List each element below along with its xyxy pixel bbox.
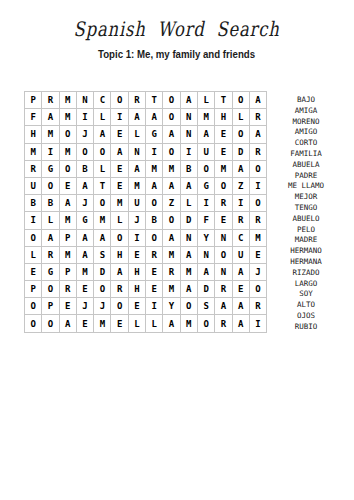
grid-cell-r14c10[interactable]: M [181, 315, 197, 331]
grid-cell-r4c10[interactable]: I [181, 144, 197, 160]
grid-cell-r9c11[interactable]: Y [198, 230, 214, 246]
grid-cell-r9c6[interactable]: O [111, 230, 127, 246]
grid-cell-r8c2[interactable]: L [42, 212, 58, 228]
word-list-item: PELO [272, 225, 340, 236]
word-list-item: PADRE [272, 171, 340, 182]
grid-cell-r6c5[interactable]: T [94, 178, 110, 194]
grid-cell-r11c11[interactable]: A [198, 264, 214, 280]
grid-cell-r8c1[interactable]: I [25, 212, 41, 228]
grid-cell-r14c9[interactable]: A [163, 315, 179, 331]
word-search-grid: PRMNCORTOALTOAFAMILIAAONMHLRHMOJAELGANAE… [24, 91, 267, 333]
grid-cell-r4c2[interactable]: I [42, 144, 58, 160]
grid-cell-r3c7[interactable]: L [129, 126, 145, 142]
grid-cell-r5c9[interactable]: M [163, 161, 179, 177]
word-list-item: BAJO [272, 95, 340, 106]
grid-cell-r11c2[interactable]: G [42, 264, 58, 280]
grid-cell-r3c8[interactable]: G [146, 126, 162, 142]
word-list-item: FAMILIA [272, 149, 340, 160]
grid-cell-r6c13[interactable]: Z [233, 178, 249, 194]
grid-cell-r4c5[interactable]: O [94, 144, 110, 160]
word-list-item: LARGO [272, 279, 340, 290]
grid-cell-r1c7[interactable]: R [129, 92, 145, 108]
grid-cell-r4c1[interactable]: M [25, 144, 41, 160]
grid-cell-r4c4[interactable]: O [77, 144, 93, 160]
grid-cell-r12c2[interactable]: O [42, 281, 58, 297]
word-list-item: RUBIO [272, 322, 340, 333]
grid-cell-r7c1[interactable]: B [25, 195, 41, 211]
grid-cell-r9c10[interactable]: N [181, 230, 197, 246]
word-list-item: OJOS [272, 311, 340, 322]
grid-cell-r6c3[interactable]: E [60, 178, 76, 194]
grid-cell-r11c1[interactable]: E [25, 264, 41, 280]
grid-cell-r5c12[interactable]: M [215, 161, 231, 177]
grid-cell-r8c14[interactable]: R [250, 212, 266, 228]
grid-cell-r1c8[interactable]: T [146, 92, 162, 108]
grid-cell-r1c3[interactable]: M [60, 92, 76, 108]
grid-cell-r10c10[interactable]: A [181, 247, 197, 263]
grid-cell-r1c6[interactable]: O [111, 92, 127, 108]
grid-cell-r6c1[interactable]: U [25, 178, 41, 194]
grid-cell-r7c9[interactable]: Z [163, 195, 179, 211]
grid-cell-r11c10[interactable]: M [181, 264, 197, 280]
grid-cell-r11c3[interactable]: P [60, 264, 76, 280]
grid-cell-r14c7[interactable]: L [129, 315, 145, 331]
grid-cell-r10c12[interactable]: O [215, 247, 231, 263]
word-list-item: CORTO [272, 138, 340, 149]
grid-cell-r5c14[interactable]: O [250, 161, 266, 177]
word-list: BAJOAMIGAMORENOAMIGOCORTOFAMILIAABUELAPA… [272, 95, 340, 333]
grid-cell-r1c10[interactable]: A [181, 92, 197, 108]
word-list-item: MEJOR [272, 192, 340, 203]
word-list-item: MADRE [272, 235, 340, 246]
grid-cell-r4c9[interactable]: O [163, 144, 179, 160]
grid-cell-r2c9[interactable]: O [163, 109, 179, 125]
grid-cell-r2c4[interactable]: I [77, 109, 93, 125]
grid-cell-r8c5[interactable]: M [94, 212, 110, 228]
page-title-text: Spanish Word Search [74, 17, 280, 41]
grid-cell-r9c14[interactable]: M [250, 230, 266, 246]
grid-cell-r3c6[interactable]: E [111, 126, 127, 142]
grid-cell-r3c3[interactable]: O [60, 126, 76, 142]
grid-cell-r6c10[interactable]: A [181, 178, 197, 194]
grid-cell-r4c7[interactable]: N [129, 144, 145, 160]
grid-cell-r13c5[interactable]: J [94, 298, 110, 314]
grid-cell-r6c6[interactable]: E [111, 178, 127, 194]
grid-cell-r2c3[interactable]: M [60, 109, 76, 125]
word-list-item: ME LLAMO [272, 181, 340, 192]
grid-cell-r13c13[interactable]: A [233, 298, 249, 314]
grid-cell-r3c13[interactable]: O [233, 126, 249, 142]
grid-cell-r8c11[interactable]: F [198, 212, 214, 228]
grid-cell-r10c6[interactable]: H [111, 247, 127, 263]
grid-cell-r2c13[interactable]: L [233, 109, 249, 125]
grid-cell-r13c8[interactable]: I [146, 298, 162, 314]
grid-cell-r7c12[interactable]: R [215, 195, 231, 211]
grid-cell-r11c8[interactable]: E [146, 264, 162, 280]
grid-cell-r4c12[interactable]: E [215, 144, 231, 160]
grid-cell-r13c7[interactable]: E [129, 298, 145, 314]
word-list-item: MORENO [272, 117, 340, 128]
page-subtitle-text: Topic 1: Me, my family and friends [98, 48, 255, 60]
grid-cell-r1c11[interactable]: L [198, 92, 214, 108]
grid-cell-r8c13[interactable]: R [233, 212, 249, 228]
grid-cell-r10c2[interactable]: R [42, 247, 58, 263]
grid-cell-r5c3[interactable]: O [60, 161, 76, 177]
grid-cell-r5c7[interactable]: A [129, 161, 145, 177]
grid-cell-r10c13[interactable]: U [233, 247, 249, 263]
grid-cell-r11c6[interactable]: A [111, 264, 127, 280]
grid-cell-r13c6[interactable]: O [111, 298, 127, 314]
grid-cell-r10c11[interactable]: N [198, 247, 214, 263]
grid-cell-r14c5[interactable]: M [94, 315, 110, 331]
grid-cell-r3c9[interactable]: A [163, 126, 179, 142]
grid-cell-r9c5[interactable]: A [94, 230, 110, 246]
grid-cell-r13c9[interactable]: Y [163, 298, 179, 314]
grid-cell-r7c5[interactable]: O [94, 195, 110, 211]
grid-cell-r13c4[interactable]: J [77, 298, 93, 314]
grid-cell-r11c14[interactable]: J [250, 264, 266, 280]
grid-cell-r8c10[interactable]: D [181, 212, 197, 228]
grid-cell-r2c8[interactable]: A [146, 109, 162, 125]
grid-cell-r11c4[interactable]: M [77, 264, 93, 280]
grid-cell-r13c12[interactable]: A [215, 298, 231, 314]
grid-cell-r10c3[interactable]: M [60, 247, 76, 263]
grid-cell-r13c3[interactable]: E [60, 298, 76, 314]
grid-cell-r1c5[interactable]: C [94, 92, 110, 108]
grid-cell-r8c9[interactable]: O [163, 212, 179, 228]
grid-cell-r9c1[interactable]: O [25, 230, 41, 246]
grid-cell-r11c7[interactable]: H [129, 264, 145, 280]
grid-cell-r12c12[interactable]: R [215, 281, 231, 297]
grid-cell-r11c5[interactable]: D [94, 264, 110, 280]
word-list-item: SOY [272, 289, 340, 300]
grid-cell-r2c6[interactable]: I [111, 109, 127, 125]
grid-cell-r8c7[interactable]: J [129, 212, 145, 228]
grid-cell-r3c14[interactable]: A [250, 126, 266, 142]
grid-cell-r14c1[interactable]: O [25, 315, 41, 331]
grid-cell-r5c1[interactable]: R [25, 161, 41, 177]
grid-cell-r12c10[interactable]: A [181, 281, 197, 297]
word-list-item: HERMANO [272, 246, 340, 257]
grid-cell-r14c4[interactable]: E [77, 315, 93, 331]
grid-cell-r4c14[interactable]: R [250, 144, 266, 160]
grid-cell-r1c14[interactable]: A [250, 92, 266, 108]
grid-cell-r3c2[interactable]: M [42, 126, 58, 142]
grid-cell-r11c12[interactable]: N [215, 264, 231, 280]
grid-cell-r14c13[interactable]: A [233, 315, 249, 331]
word-list-item: AMIGO [272, 127, 340, 138]
grid-cell-r9c12[interactable]: N [215, 230, 231, 246]
grid-cell-r11c9[interactable]: R [163, 264, 179, 280]
grid-cell-r8c4[interactable]: G [77, 212, 93, 228]
grid-cell-r1c12[interactable]: T [215, 92, 231, 108]
grid-cell-r9c9[interactable]: A [163, 230, 179, 246]
grid-cell-r7c6[interactable]: M [111, 195, 127, 211]
grid-cell-r8c8[interactable]: B [146, 212, 162, 228]
grid-cell-r5c10[interactable]: B [181, 161, 197, 177]
grid-cell-r6c7[interactable]: M [129, 178, 145, 194]
grid-cell-r10c14[interactable]: E [250, 247, 266, 263]
grid-cell-r5c5[interactable]: L [94, 161, 110, 177]
grid-cell-r14c8[interactable]: L [146, 315, 162, 331]
grid-cell-r2c12[interactable]: H [215, 109, 231, 125]
grid-cell-r12c7[interactable]: H [129, 281, 145, 297]
grid-cell-r10c7[interactable]: E [129, 247, 145, 263]
grid-cell-r8c12[interactable]: E [215, 212, 231, 228]
grid-cell-r10c1[interactable]: L [25, 247, 41, 263]
grid-cell-r12c3[interactable]: R [60, 281, 76, 297]
grid-cell-r9c4[interactable]: A [77, 230, 93, 246]
grid-cell-r12c8[interactable]: E [146, 281, 162, 297]
grid-cell-r3c12[interactable]: E [215, 126, 231, 142]
grid-cell-r4c6[interactable]: A [111, 144, 127, 160]
grid-cell-r10c9[interactable]: M [163, 247, 179, 263]
grid-cell-r14c11[interactable]: O [198, 315, 214, 331]
grid-cell-r4c13[interactable]: D [233, 144, 249, 160]
grid-cell-r2c1[interactable]: F [25, 109, 41, 125]
grid-cell-r9c3[interactable]: P [60, 230, 76, 246]
word-list-item: ALTO [272, 300, 340, 311]
grid-cell-r5c8[interactable]: M [146, 161, 162, 177]
grid-cell-r2c5[interactable]: L [94, 109, 110, 125]
grid-cell-r12c14[interactable]: O [250, 281, 266, 297]
grid-cell-r6c2[interactable]: O [42, 178, 58, 194]
grid-cell-r5c6[interactable]: E [111, 161, 127, 177]
grid-cell-r1c2[interactable]: R [42, 92, 58, 108]
grid-cell-r14c12[interactable]: R [215, 315, 231, 331]
grid-cell-r12c5[interactable]: O [94, 281, 110, 297]
grid-cell-r2c2[interactable]: A [42, 109, 58, 125]
grid-cell-r5c13[interactable]: A [233, 161, 249, 177]
grid-cell-r12c13[interactable]: E [233, 281, 249, 297]
grid-cell-r7c8[interactable]: O [146, 195, 162, 211]
grid-cell-r12c1[interactable]: P [25, 281, 41, 297]
grid-cell-r8c3[interactable]: M [60, 212, 76, 228]
grid-cell-r3c11[interactable]: A [198, 126, 214, 142]
grid-cell-r9c8[interactable]: O [146, 230, 162, 246]
word-list-item: AMIGA [272, 106, 340, 117]
grid-cell-r13c11[interactable]: S [198, 298, 214, 314]
grid-cell-r6c9[interactable]: A [163, 178, 179, 194]
grid-cell-r5c2[interactable]: G [42, 161, 58, 177]
grid-cell-r10c5[interactable]: S [94, 247, 110, 263]
grid-cell-r4c8[interactable]: I [146, 144, 162, 160]
page-subtitle: Topic 1: Me, my family and friends [0, 48, 354, 60]
grid-cell-r2c11[interactable]: M [198, 109, 214, 125]
grid-cell-r3c1[interactable]: H [25, 126, 41, 142]
word-list-item: TENGO [272, 203, 340, 214]
grid-cell-r7c11[interactable]: I [198, 195, 214, 211]
grid-cell-r6c12[interactable]: O [215, 178, 231, 194]
grid-cell-r9c7[interactable]: I [129, 230, 145, 246]
grid-cell-r6c14[interactable]: I [250, 178, 266, 194]
grid-cell-r7c7[interactable]: U [129, 195, 145, 211]
grid-cell-r3c4[interactable]: J [77, 126, 93, 142]
grid-cell-r8c6[interactable]: L [111, 212, 127, 228]
grid-cell-r4c3[interactable]: M [60, 144, 76, 160]
grid-cell-r1c13[interactable]: O [233, 92, 249, 108]
grid-cell-r3c5[interactable]: A [94, 126, 110, 142]
grid-cell-r13c2[interactable]: P [42, 298, 58, 314]
grid-cell-r7c13[interactable]: I [233, 195, 249, 211]
grid-cell-r12c4[interactable]: E [77, 281, 93, 297]
grid-cell-r13c1[interactable]: O [25, 298, 41, 314]
grid-cell-r3c10[interactable]: N [181, 126, 197, 142]
grid-cell-r2c14[interactable]: R [250, 109, 266, 125]
grid-cell-r5c11[interactable]: O [198, 161, 214, 177]
grid-cell-r2c10[interactable]: N [181, 109, 197, 125]
grid-cell-r10c4[interactable]: A [77, 247, 93, 263]
grid-cell-r7c14[interactable]: O [250, 195, 266, 211]
grid-cell-r10c8[interactable]: R [146, 247, 162, 263]
grid-cell-r6c4[interactable]: A [77, 178, 93, 194]
grid-cell-r13c10[interactable]: O [181, 298, 197, 314]
grid-cell-r4c11[interactable]: U [198, 144, 214, 160]
grid-cell-r9c2[interactable]: A [42, 230, 58, 246]
grid-cell-r12c11[interactable]: D [198, 281, 214, 297]
grid-cell-r1c9[interactable]: O [163, 92, 179, 108]
grid-cell-r7c4[interactable]: J [77, 195, 93, 211]
grid-cell-r6c8[interactable]: A [146, 178, 162, 194]
grid-cell-r1c1[interactable]: P [25, 92, 41, 108]
grid-cell-r14c3[interactable]: A [60, 315, 76, 331]
grid-cell-r14c6[interactable]: E [111, 315, 127, 331]
grid-cell-r5c4[interactable]: B [77, 161, 93, 177]
page-title: Spanish Word Search [0, 17, 354, 41]
word-list-item: ABUELA [272, 160, 340, 171]
word-list-item: RIZADO [272, 268, 340, 279]
grid-cell-r2c7[interactable]: A [129, 109, 145, 125]
grid-cell-r12c6[interactable]: R [111, 281, 127, 297]
grid-cell-r7c3[interactable]: A [60, 195, 76, 211]
grid-cell-r14c2[interactable]: O [42, 315, 58, 331]
grid-cell-r6c11[interactable]: G [198, 178, 214, 194]
grid-cell-r13c14[interactable]: R [250, 298, 266, 314]
grid-cell-r1c4[interactable]: N [77, 92, 93, 108]
grid-cell-r7c10[interactable]: L [181, 195, 197, 211]
word-list-item: ABUELO [272, 214, 340, 225]
word-list-item: HERMANA [272, 257, 340, 268]
grid-cell-r14c14[interactable]: I [250, 315, 266, 331]
grid-cell-r9c13[interactable]: C [233, 230, 249, 246]
grid-cell-r7c2[interactable]: B [42, 195, 58, 211]
grid-cell-r12c9[interactable]: M [163, 281, 179, 297]
grid-cell-r11c13[interactable]: A [233, 264, 249, 280]
